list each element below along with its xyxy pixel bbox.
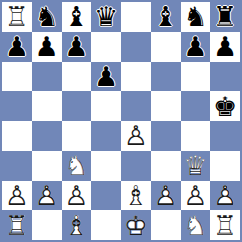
square-f3[interactable] xyxy=(151,151,181,181)
chess-board: ♜♖♞♞♝♝♛♛♝♝♞♞♜♜♟♟♟♟♟♟♟♟♟♟♟♟♚♚♟♙♞♘♛♕♟♙♟♙♟♙… xyxy=(0,0,242,242)
black-knight[interactable]: ♞♞ xyxy=(181,2,211,32)
white-pawn[interactable]: ♟♙ xyxy=(210,181,240,211)
black-pawn[interactable]: ♟♟ xyxy=(181,32,211,62)
square-e5[interactable] xyxy=(121,91,151,121)
square-d2[interactable] xyxy=(91,181,121,211)
white-pawn-glyph: ♙ xyxy=(213,182,237,209)
square-d6[interactable]: ♟♟ xyxy=(91,62,121,92)
black-pawn-glyph: ♟ xyxy=(94,63,118,90)
white-knight[interactable]: ♞♘ xyxy=(181,210,211,240)
white-bishop[interactable]: ♝♗ xyxy=(121,181,151,211)
black-queen-glyph: ♛ xyxy=(94,3,118,30)
square-c5[interactable] xyxy=(62,91,92,121)
square-f4[interactable] xyxy=(151,121,181,151)
black-pawn-glyph: ♟ xyxy=(64,33,88,60)
square-f6[interactable] xyxy=(151,62,181,92)
square-g1[interactable]: ♞♘ xyxy=(181,210,211,240)
white-pawn[interactable]: ♟♙ xyxy=(2,181,32,211)
square-f1[interactable] xyxy=(151,210,181,240)
square-h3[interactable] xyxy=(210,151,240,181)
square-f7[interactable] xyxy=(151,32,181,62)
square-a5[interactable] xyxy=(2,91,32,121)
square-a8[interactable]: ♜♖ xyxy=(2,2,32,32)
black-knight[interactable]: ♞♞ xyxy=(32,2,62,32)
square-a2[interactable]: ♟♙ xyxy=(2,181,32,211)
square-g8[interactable]: ♞♞ xyxy=(181,2,211,32)
square-b5[interactable] xyxy=(32,91,62,121)
black-pawn[interactable]: ♟♟ xyxy=(2,32,32,62)
white-rook[interactable]: ♜♖ xyxy=(2,2,32,32)
white-pawn-glyph: ♙ xyxy=(64,182,88,209)
black-pawn-glyph: ♟ xyxy=(213,33,237,60)
white-rook-glyph: ♖ xyxy=(5,3,29,30)
black-pawn[interactable]: ♟♟ xyxy=(91,62,121,92)
white-queen[interactable]: ♛♕ xyxy=(181,151,211,181)
white-pawn[interactable]: ♟♙ xyxy=(121,121,151,151)
white-knight[interactable]: ♞♘ xyxy=(62,151,92,181)
black-queen[interactable]: ♛♛ xyxy=(91,2,121,32)
square-g6[interactable] xyxy=(181,62,211,92)
white-rook[interactable]: ♜♖ xyxy=(2,210,32,240)
black-knight-glyph: ♞ xyxy=(35,3,59,30)
square-e2[interactable]: ♝♗ xyxy=(121,181,151,211)
square-c8[interactable]: ♝♝ xyxy=(62,2,92,32)
black-bishop[interactable]: ♝♝ xyxy=(62,2,92,32)
square-f2[interactable]: ♟♙ xyxy=(151,181,181,211)
square-d4[interactable] xyxy=(91,121,121,151)
white-bishop-glyph: ♗ xyxy=(64,212,88,239)
white-rook[interactable]: ♜♖ xyxy=(210,210,240,240)
square-b1[interactable] xyxy=(32,210,62,240)
white-pawn-glyph: ♙ xyxy=(154,182,178,209)
square-c1[interactable]: ♝♗ xyxy=(62,210,92,240)
square-e3[interactable] xyxy=(121,151,151,181)
white-pawn[interactable]: ♟♙ xyxy=(32,181,62,211)
black-bishop[interactable]: ♝♝ xyxy=(151,2,181,32)
square-e1[interactable]: ♚♔ xyxy=(121,210,151,240)
square-a7[interactable]: ♟♟ xyxy=(2,32,32,62)
black-rook-glyph: ♜ xyxy=(213,3,237,30)
black-pawn-glyph: ♟ xyxy=(5,33,29,60)
black-king-glyph: ♚ xyxy=(213,93,237,120)
square-h2[interactable]: ♟♙ xyxy=(210,181,240,211)
square-a1[interactable]: ♜♖ xyxy=(2,210,32,240)
square-f5[interactable] xyxy=(151,91,181,121)
square-b7[interactable]: ♟♟ xyxy=(32,32,62,62)
black-bishop-glyph: ♝ xyxy=(154,3,178,30)
white-knight-glyph: ♘ xyxy=(64,152,88,179)
square-e6[interactable] xyxy=(121,62,151,92)
square-c6[interactable] xyxy=(62,62,92,92)
white-rook-glyph: ♖ xyxy=(5,212,29,239)
square-d8[interactable]: ♛♛ xyxy=(91,2,121,32)
white-knight-glyph: ♘ xyxy=(183,212,207,239)
white-pawn-glyph: ♙ xyxy=(183,182,207,209)
white-king[interactable]: ♚♔ xyxy=(121,210,151,240)
square-h8[interactable]: ♜♜ xyxy=(210,2,240,32)
black-pawn[interactable]: ♟♟ xyxy=(210,32,240,62)
square-d5[interactable] xyxy=(91,91,121,121)
square-c2[interactable]: ♟♙ xyxy=(62,181,92,211)
square-e7[interactable] xyxy=(121,32,151,62)
square-b8[interactable]: ♞♞ xyxy=(32,2,62,32)
square-h6[interactable] xyxy=(210,62,240,92)
square-e4[interactable]: ♟♙ xyxy=(121,121,151,151)
square-g5[interactable] xyxy=(181,91,211,121)
square-h5[interactable]: ♚♚ xyxy=(210,91,240,121)
black-pawn[interactable]: ♟♟ xyxy=(62,32,92,62)
white-king-glyph: ♔ xyxy=(124,212,148,239)
square-b4[interactable] xyxy=(32,121,62,151)
square-c7[interactable]: ♟♟ xyxy=(62,32,92,62)
square-g4[interactable] xyxy=(181,121,211,151)
square-h4[interactable] xyxy=(210,121,240,151)
square-h1[interactable]: ♜♖ xyxy=(210,210,240,240)
square-c4[interactable] xyxy=(62,121,92,151)
black-king[interactable]: ♚♚ xyxy=(210,91,240,121)
square-g2[interactable]: ♟♙ xyxy=(181,181,211,211)
white-pawn[interactable]: ♟♙ xyxy=(62,181,92,211)
square-d1[interactable] xyxy=(91,210,121,240)
black-pawn-glyph: ♟ xyxy=(183,33,207,60)
square-g7[interactable]: ♟♟ xyxy=(181,32,211,62)
black-pawn-glyph: ♟ xyxy=(35,33,59,60)
square-b2[interactable]: ♟♙ xyxy=(32,181,62,211)
white-bishop[interactable]: ♝♗ xyxy=(62,210,92,240)
black-knight-glyph: ♞ xyxy=(183,3,207,30)
white-rook-glyph: ♖ xyxy=(213,212,237,239)
white-pawn-glyph: ♙ xyxy=(5,182,29,209)
square-a4[interactable] xyxy=(2,121,32,151)
square-h7[interactable]: ♟♟ xyxy=(210,32,240,62)
square-d3[interactable] xyxy=(91,151,121,181)
white-pawn-glyph: ♙ xyxy=(35,182,59,209)
square-f8[interactable]: ♝♝ xyxy=(151,2,181,32)
square-b3[interactable] xyxy=(32,151,62,181)
black-rook[interactable]: ♜♜ xyxy=(210,2,240,32)
white-pawn[interactable]: ♟♙ xyxy=(181,181,211,211)
white-pawn[interactable]: ♟♙ xyxy=(151,181,181,211)
white-bishop-glyph: ♗ xyxy=(124,182,148,209)
square-a6[interactable] xyxy=(2,62,32,92)
black-pawn[interactable]: ♟♟ xyxy=(32,32,62,62)
square-c3[interactable]: ♞♘ xyxy=(62,151,92,181)
white-pawn-glyph: ♙ xyxy=(124,122,148,149)
square-b6[interactable] xyxy=(32,62,62,92)
square-e8[interactable] xyxy=(121,2,151,32)
square-g3[interactable]: ♛♕ xyxy=(181,151,211,181)
square-d7[interactable] xyxy=(91,32,121,62)
black-bishop-glyph: ♝ xyxy=(64,3,88,30)
square-a3[interactable] xyxy=(2,151,32,181)
white-queen-glyph: ♕ xyxy=(183,152,207,179)
